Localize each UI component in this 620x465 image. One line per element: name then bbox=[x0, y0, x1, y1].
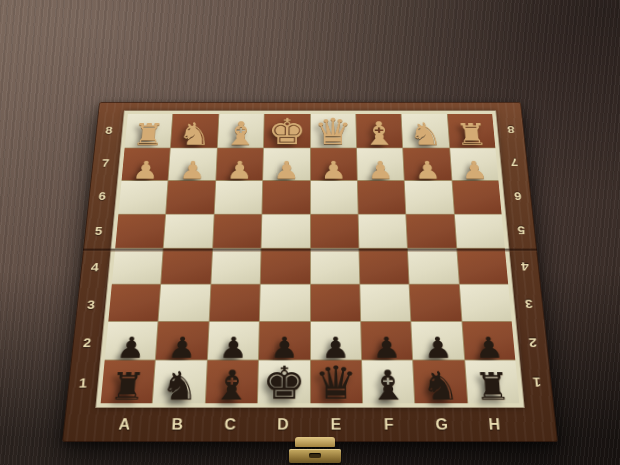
white-bishop[interactable]: ♝ bbox=[223, 117, 259, 149]
rank-label-right-8: 8 bbox=[496, 114, 525, 146]
rank-label-right-3: 3 bbox=[513, 285, 545, 323]
file-label-h: H bbox=[467, 408, 523, 442]
black-rook[interactable]: ♜ bbox=[108, 369, 147, 407]
file-label-g: G bbox=[415, 408, 470, 442]
square-a4[interactable] bbox=[112, 249, 163, 284]
square-g6[interactable] bbox=[405, 181, 454, 214]
square-f8[interactable]: ♝ bbox=[356, 114, 402, 148]
square-h7[interactable]: ♟ bbox=[450, 148, 499, 180]
black-queen[interactable]: ♛ bbox=[314, 360, 358, 406]
square-e7[interactable]: ♟ bbox=[310, 148, 356, 180]
white-rook[interactable]: ♜ bbox=[455, 120, 489, 149]
square-d4[interactable] bbox=[261, 249, 310, 284]
file-label-b: B bbox=[150, 408, 205, 442]
rank-label-left-8: 8 bbox=[94, 114, 123, 146]
white-pawn[interactable]: ♟ bbox=[367, 158, 394, 183]
square-g7[interactable]: ♟ bbox=[403, 148, 451, 180]
square-f5[interactable] bbox=[358, 214, 407, 248]
square-d8[interactable]: ♚ bbox=[264, 114, 310, 148]
square-d7[interactable]: ♟ bbox=[263, 148, 309, 180]
square-c7[interactable]: ♟ bbox=[216, 148, 263, 180]
square-h6[interactable] bbox=[452, 181, 501, 214]
square-b7[interactable]: ♟ bbox=[169, 148, 217, 180]
square-a7[interactable]: ♟ bbox=[122, 148, 171, 180]
squares-grid: ♜♞♝♚♛♝♞♜♟♟♟♟♟♟♟♟♟♟♟♟♟♟♟♟♜♞♝♚♛♝♞♜ bbox=[101, 114, 520, 403]
file-label-f: F bbox=[362, 408, 416, 442]
black-pawn[interactable]: ♟ bbox=[115, 333, 146, 362]
square-a6[interactable] bbox=[118, 181, 167, 214]
white-pawn[interactable]: ♟ bbox=[320, 158, 346, 183]
square-b4[interactable] bbox=[162, 249, 212, 284]
black-pawn[interactable]: ♟ bbox=[423, 333, 453, 362]
white-queen[interactable]: ♛ bbox=[314, 114, 353, 150]
square-c8[interactable]: ♝ bbox=[218, 114, 264, 148]
white-bishop[interactable]: ♝ bbox=[361, 117, 397, 149]
white-pawn[interactable]: ♟ bbox=[414, 158, 441, 183]
square-e4[interactable] bbox=[310, 249, 359, 284]
board-perspective-wrap: 87654321 87654321 ABCDEFGH ♜♞♝♚♛♝♞♜♟♟♟♟♟… bbox=[62, 102, 558, 442]
square-f2[interactable]: ♟ bbox=[361, 322, 412, 360]
square-b2[interactable]: ♟ bbox=[156, 322, 208, 360]
square-g2[interactable]: ♟ bbox=[412, 322, 464, 360]
square-h2[interactable]: ♟ bbox=[462, 322, 515, 360]
square-c6[interactable] bbox=[214, 181, 262, 214]
square-h8[interactable]: ♜ bbox=[447, 114, 495, 148]
square-h5[interactable] bbox=[454, 214, 504, 248]
black-pawn[interactable]: ♟ bbox=[218, 333, 247, 362]
square-h3[interactable] bbox=[459, 285, 511, 321]
square-d1[interactable]: ♚ bbox=[258, 360, 309, 403]
black-pawn[interactable]: ♟ bbox=[372, 333, 401, 362]
rank-label-left-5: 5 bbox=[83, 213, 114, 248]
brass-clasp bbox=[289, 437, 341, 465]
file-label-c: C bbox=[204, 408, 258, 442]
square-e6[interactable] bbox=[310, 181, 357, 214]
clasp-slot bbox=[309, 453, 321, 458]
square-b3[interactable] bbox=[159, 285, 210, 321]
rank-label-left-4: 4 bbox=[79, 249, 110, 286]
square-c5[interactable] bbox=[213, 214, 262, 248]
square-b1[interactable]: ♞ bbox=[153, 360, 207, 403]
chess-board: 87654321 87654321 ABCDEFGH ♜♞♝♚♛♝♞♜♟♟♟♟♟… bbox=[62, 102, 558, 442]
square-e8[interactable]: ♛ bbox=[310, 114, 356, 148]
board-play-area: ♜♞♝♚♛♝♞♜♟♟♟♟♟♟♟♟♟♟♟♟♟♟♟♟♜♞♝♚♛♝♞♜ bbox=[95, 110, 524, 407]
black-bishop[interactable]: ♝ bbox=[211, 365, 252, 406]
black-king[interactable]: ♚ bbox=[262, 360, 306, 406]
black-knight[interactable]: ♞ bbox=[160, 367, 200, 406]
black-pawn[interactable]: ♟ bbox=[474, 333, 505, 362]
white-pawn[interactable]: ♟ bbox=[273, 158, 299, 183]
square-e2[interactable]: ♟ bbox=[310, 322, 360, 360]
square-f4[interactable] bbox=[359, 249, 409, 284]
black-knight[interactable]: ♞ bbox=[420, 367, 460, 406]
white-rook[interactable]: ♜ bbox=[131, 120, 165, 149]
square-d5[interactable] bbox=[262, 214, 310, 248]
rank-label-right-7: 7 bbox=[500, 146, 530, 179]
square-a8[interactable]: ♜ bbox=[125, 114, 173, 148]
square-c1[interactable]: ♝ bbox=[206, 360, 258, 403]
square-g5[interactable] bbox=[406, 214, 455, 248]
black-rook[interactable]: ♜ bbox=[473, 369, 512, 407]
square-g3[interactable] bbox=[410, 285, 461, 321]
square-h4[interactable] bbox=[457, 249, 508, 284]
white-knight[interactable]: ♞ bbox=[408, 119, 443, 150]
square-c3[interactable] bbox=[209, 285, 259, 321]
white-knight[interactable]: ♞ bbox=[177, 119, 212, 150]
file-label-a: A bbox=[97, 408, 153, 442]
white-pawn[interactable]: ♟ bbox=[226, 158, 253, 183]
square-b8[interactable]: ♞ bbox=[171, 114, 218, 148]
square-f3[interactable] bbox=[360, 285, 410, 321]
square-d3[interactable] bbox=[260, 285, 310, 321]
square-f7[interactable]: ♟ bbox=[357, 148, 404, 180]
black-pawn[interactable]: ♟ bbox=[167, 333, 197, 362]
rank-label-left-2: 2 bbox=[71, 323, 104, 362]
square-a1[interactable]: ♜ bbox=[101, 360, 156, 403]
rank-label-right-1: 1 bbox=[520, 362, 553, 403]
square-b6[interactable] bbox=[166, 181, 215, 214]
square-f1[interactable]: ♝ bbox=[362, 360, 414, 403]
black-bishop[interactable]: ♝ bbox=[368, 365, 409, 406]
square-a2[interactable]: ♟ bbox=[105, 322, 158, 360]
white-pawn[interactable]: ♟ bbox=[131, 158, 159, 183]
square-b5[interactable] bbox=[164, 214, 213, 248]
rank-label-right-4: 4 bbox=[509, 249, 540, 286]
rank-label-left-1: 1 bbox=[66, 362, 99, 403]
square-d2[interactable]: ♟ bbox=[259, 322, 309, 360]
square-a3[interactable] bbox=[108, 285, 160, 321]
square-g4[interactable] bbox=[408, 249, 458, 284]
rank-label-left-7: 7 bbox=[91, 146, 121, 179]
clasp-plate bbox=[295, 437, 335, 447]
square-f6[interactable] bbox=[358, 181, 406, 214]
square-c4[interactable] bbox=[211, 249, 261, 284]
square-g8[interactable]: ♞ bbox=[402, 114, 449, 148]
rank-label-left-6: 6 bbox=[87, 179, 117, 213]
rank-label-right-6: 6 bbox=[503, 179, 533, 213]
square-e5[interactable] bbox=[310, 214, 358, 248]
white-pawn[interactable]: ♟ bbox=[179, 158, 206, 183]
rank-label-left-3: 3 bbox=[75, 285, 107, 323]
table-surface: 87654321 87654321 ABCDEFGH ♜♞♝♚♛♝♞♜♟♟♟♟♟… bbox=[0, 0, 620, 465]
square-d6[interactable] bbox=[262, 181, 309, 214]
square-g1[interactable]: ♞ bbox=[413, 360, 467, 403]
square-h1[interactable]: ♜ bbox=[465, 360, 520, 403]
white-pawn[interactable]: ♟ bbox=[460, 158, 488, 183]
white-king[interactable]: ♚ bbox=[267, 114, 306, 150]
rank-label-right-2: 2 bbox=[517, 323, 550, 362]
square-e1[interactable]: ♛ bbox=[310, 360, 361, 403]
square-a5[interactable] bbox=[115, 214, 165, 248]
square-e3[interactable] bbox=[310, 285, 360, 321]
square-c2[interactable]: ♟ bbox=[208, 322, 259, 360]
rank-label-right-5: 5 bbox=[506, 213, 537, 248]
